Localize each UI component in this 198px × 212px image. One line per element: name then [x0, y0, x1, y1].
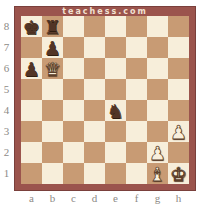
square-h8[interactable] [168, 16, 189, 37]
square-c8[interactable] [63, 16, 84, 37]
square-g1[interactable]: ♝ [147, 163, 168, 184]
square-g2[interactable]: ♟ [147, 142, 168, 163]
square-f6[interactable] [126, 58, 147, 79]
square-a5[interactable] [21, 79, 42, 100]
square-h3[interactable]: ♟ [168, 121, 189, 142]
piece-black-pawn[interactable]: ♟ [21, 58, 42, 79]
square-a7[interactable] [21, 37, 42, 58]
square-c2[interactable] [63, 142, 84, 163]
square-d1[interactable] [84, 163, 105, 184]
square-f4[interactable] [126, 100, 147, 121]
file-label-c: c [63, 191, 84, 206]
square-c1[interactable] [63, 163, 84, 184]
square-f1[interactable] [126, 163, 147, 184]
square-g4[interactable] [147, 100, 168, 121]
square-g5[interactable] [147, 79, 168, 100]
square-b7[interactable]: ♟ [42, 37, 63, 58]
square-e4[interactable]: ♞ [105, 100, 126, 121]
piece-white-queen[interactable]: ♛ [42, 58, 63, 79]
chess-board: ♚♜♟♟♛♞♟♟♝♚ [21, 16, 189, 184]
piece-white-king[interactable]: ♚ [168, 163, 189, 184]
square-e8[interactable] [105, 16, 126, 37]
square-a1[interactable] [21, 163, 42, 184]
square-d3[interactable] [84, 121, 105, 142]
square-b4[interactable] [42, 100, 63, 121]
square-f7[interactable] [126, 37, 147, 58]
square-e1[interactable] [105, 163, 126, 184]
square-d7[interactable] [84, 37, 105, 58]
square-f8[interactable] [126, 16, 147, 37]
square-e2[interactable] [105, 142, 126, 163]
rank-label-5: 5 [0, 79, 13, 100]
square-d4[interactable] [84, 100, 105, 121]
file-label-g: g [147, 191, 168, 206]
square-e3[interactable] [105, 121, 126, 142]
square-a6[interactable]: ♟ [21, 58, 42, 79]
square-a4[interactable] [21, 100, 42, 121]
square-c4[interactable] [63, 100, 84, 121]
file-labels: abcdefgh [21, 191, 189, 206]
square-c6[interactable] [63, 58, 84, 79]
square-f2[interactable] [126, 142, 147, 163]
square-c7[interactable] [63, 37, 84, 58]
square-d8[interactable] [84, 16, 105, 37]
square-a2[interactable] [21, 142, 42, 163]
piece-black-rook[interactable]: ♜ [42, 16, 63, 37]
square-g3[interactable] [147, 121, 168, 142]
square-b2[interactable] [42, 142, 63, 163]
square-g7[interactable] [147, 37, 168, 58]
file-label-h: h [168, 191, 189, 206]
square-e6[interactable] [105, 58, 126, 79]
site-title: teachess.com [14, 6, 196, 16]
piece-white-pawn[interactable]: ♟ [147, 142, 168, 163]
file-label-e: e [105, 191, 126, 206]
square-d5[interactable] [84, 79, 105, 100]
rank-label-7: 7 [0, 37, 13, 58]
piece-black-knight[interactable]: ♞ [105, 100, 126, 121]
square-h7[interactable] [168, 37, 189, 58]
file-label-b: b [42, 191, 63, 206]
rank-label-6: 6 [0, 58, 13, 79]
rank-label-1: 1 [0, 163, 13, 184]
rank-label-8: 8 [0, 16, 13, 37]
piece-white-bishop[interactable]: ♝ [147, 163, 168, 184]
piece-black-king[interactable]: ♚ [21, 16, 42, 37]
file-label-f: f [126, 191, 147, 206]
square-b5[interactable] [42, 79, 63, 100]
square-h6[interactable] [168, 58, 189, 79]
square-a8[interactable]: ♚ [21, 16, 42, 37]
square-d6[interactable] [84, 58, 105, 79]
square-b3[interactable] [42, 121, 63, 142]
square-f5[interactable] [126, 79, 147, 100]
square-e5[interactable] [105, 79, 126, 100]
square-g8[interactable] [147, 16, 168, 37]
square-d2[interactable] [84, 142, 105, 163]
square-g6[interactable] [147, 58, 168, 79]
square-c3[interactable] [63, 121, 84, 142]
file-label-d: d [84, 191, 105, 206]
square-h4[interactable] [168, 100, 189, 121]
square-h1[interactable]: ♚ [168, 163, 189, 184]
chess-diagram-page: teachess.com ♚♜♟♟♛♞♟♟♝♚ 87654321 abcdefg… [0, 0, 198, 212]
rank-label-2: 2 [0, 142, 13, 163]
square-b6[interactable]: ♛ [42, 58, 63, 79]
square-b1[interactable] [42, 163, 63, 184]
rank-label-3: 3 [0, 121, 13, 142]
square-f3[interactable] [126, 121, 147, 142]
square-h5[interactable] [168, 79, 189, 100]
square-h2[interactable] [168, 142, 189, 163]
piece-black-pawn[interactable]: ♟ [42, 37, 63, 58]
rank-label-4: 4 [0, 100, 13, 121]
square-a3[interactable] [21, 121, 42, 142]
file-label-a: a [21, 191, 42, 206]
rank-labels: 87654321 [0, 16, 13, 184]
square-b8[interactable]: ♜ [42, 16, 63, 37]
square-e7[interactable] [105, 37, 126, 58]
board-frame: teachess.com ♚♜♟♟♛♞♟♟♝♚ [14, 6, 196, 191]
piece-white-pawn[interactable]: ♟ [168, 121, 189, 142]
square-c5[interactable] [63, 79, 84, 100]
